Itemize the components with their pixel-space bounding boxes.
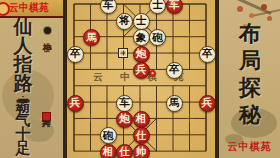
river-seal-icon: ✦ [149, 70, 156, 77]
piece-red-chariot: 车 [166, 0, 183, 14]
xiangqi-board: 云 中 棋 苑 ✦ 车士车将士馬象砲卒炮卒兵卒兵车馬兵炮相砲仕相仕帅 [63, 0, 219, 158]
channel-banner: 云中棋苑 [0, 0, 63, 18]
piece-red-soldier: 兵 [133, 62, 150, 79]
move-origin-marker [118, 48, 128, 58]
piece-black-advisor: 士 [149, 0, 166, 14]
thumbnail: 云中棋苑 仙 人 指 路 · 霸 气 十 足 小神 大神 布 局 探 秘 云中棋… [0, 0, 280, 158]
title-char: 局 [239, 47, 261, 74]
black-side-badge-icon [44, 27, 51, 34]
piece-red-advisor: 仕 [133, 127, 150, 144]
piece-red-soldier: 兵 [67, 95, 84, 112]
piece-red-general: 帅 [133, 144, 150, 158]
piece-red-cannon: 炮 [133, 46, 150, 63]
piece-black-cannon: 砲 [100, 127, 117, 144]
river-watermark-char: 中 [118, 71, 132, 84]
piece-black-soldier: 卒 [67, 46, 84, 63]
channel-watermark: 云中棋苑 [221, 140, 278, 155]
piece-black-horse: 馬 [166, 95, 183, 112]
piece-black-elephant: 象 [133, 29, 150, 46]
title-char: 足 [16, 141, 31, 155]
piece-red-cannon: 炮 [116, 111, 133, 128]
piece-black-chariot: 车 [100, 0, 117, 14]
plum-branch-icon [249, 8, 280, 17]
video-title-right: 布 局 探 秘 [229, 20, 271, 128]
channel-name: 云中棋苑 [9, 1, 49, 15]
plum-blossom-icon [237, 6, 243, 12]
river-watermark-char: 云 [91, 71, 105, 84]
piece-red-advisor: 仕 [116, 144, 133, 158]
piece-red-elephant: 相 [100, 144, 117, 158]
title-char: 秘 [239, 101, 261, 128]
piece-red-elephant: 相 [133, 111, 150, 128]
piece-black-soldier: 卒 [166, 62, 183, 79]
title-char: 布 [239, 20, 261, 47]
plum-blossom-icon [249, 13, 254, 18]
piece-black-advisor: 士 [133, 13, 150, 30]
video-title-left: 仙 人 指 路 · 霸 气 十 足 [7, 17, 39, 155]
plum-branch-icon [234, 0, 272, 15]
title-char: 探 [239, 74, 261, 101]
plum-blossom-icon [261, 4, 267, 10]
piece-red-soldier: 兵 [199, 95, 216, 112]
piece-black-chariot: 车 [116, 95, 133, 112]
red-player-label: 大神 [40, 111, 52, 120]
red-side-badge-icon [43, 113, 50, 120]
black-player-label: 小神 [41, 27, 53, 36]
piece-black-soldier: 卒 [199, 46, 216, 63]
piece-black-general: 将 [116, 13, 133, 30]
